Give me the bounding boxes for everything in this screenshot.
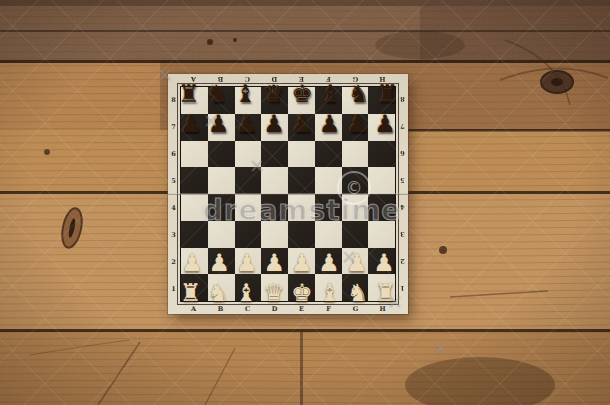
black-king[interactable]: ♚ [291, 82, 313, 106]
square-c2[interactable]: ♟ [235, 248, 262, 275]
rank-label-right-6: 6 [397, 140, 408, 167]
rank-label-right-5: 5 [397, 167, 408, 194]
square-d7[interactable]: ♟ [261, 114, 288, 141]
square-a4[interactable] [181, 194, 208, 221]
square-a7[interactable]: ♟ [181, 114, 208, 141]
square-g3[interactable] [342, 221, 369, 248]
square-e6[interactable] [288, 141, 315, 168]
square-g7[interactable]: ♟ [342, 114, 369, 141]
board-fold-seam [168, 193, 408, 195]
black-pawn[interactable]: ♟ [208, 112, 230, 136]
rank-label-left-6: 6 [168, 140, 179, 167]
square-b1[interactable]: ♞ [208, 274, 235, 301]
black-pawn[interactable]: ♟ [374, 112, 396, 136]
black-knight[interactable]: ♞ [206, 82, 228, 106]
black-bishop[interactable]: ♝ [235, 82, 257, 106]
square-d5[interactable] [261, 167, 288, 194]
white-pawn[interactable]: ♟ [346, 251, 368, 275]
rank-label-right-4: 4 [397, 194, 408, 221]
square-f5[interactable] [315, 167, 342, 194]
black-pawn[interactable]: ♟ [236, 112, 258, 136]
square-e3[interactable] [288, 221, 315, 248]
square-a6[interactable] [181, 141, 208, 168]
square-b4[interactable] [208, 194, 235, 221]
white-pawn[interactable]: ♟ [373, 251, 395, 275]
square-c4[interactable] [235, 194, 262, 221]
white-pawn[interactable]: ♟ [264, 251, 286, 275]
square-a3[interactable] [181, 221, 208, 248]
square-g4[interactable] [342, 194, 369, 221]
square-e7[interactable]: ♟ [288, 114, 315, 141]
white-queen[interactable]: ♛ [263, 281, 285, 305]
rank-label-left-5: 5 [168, 167, 179, 194]
square-c6[interactable] [235, 141, 262, 168]
black-pawn[interactable]: ♟ [347, 112, 369, 136]
rank-label-right-2: 2 [397, 248, 408, 275]
square-f3[interactable] [315, 221, 342, 248]
black-rook[interactable]: ♜ [376, 82, 398, 106]
rank-label-right-7: 7 [397, 113, 408, 140]
square-g1[interactable]: ♞ [342, 274, 369, 301]
square-b3[interactable] [208, 221, 235, 248]
white-pawn[interactable]: ♟ [181, 251, 203, 275]
square-c3[interactable] [235, 221, 262, 248]
black-pawn[interactable]: ♟ [291, 112, 313, 136]
rank-label-left-3: 3 [168, 221, 179, 248]
square-f7[interactable]: ♟ [315, 114, 342, 141]
rank-label-right-3: 3 [397, 221, 408, 248]
black-pawn[interactable]: ♟ [263, 112, 285, 136]
white-knight[interactable]: ♞ [347, 281, 369, 305]
black-knight[interactable]: ♞ [348, 82, 370, 106]
black-rook[interactable]: ♜ [178, 82, 200, 106]
square-e2[interactable]: ♟ [288, 248, 315, 275]
rank-label-right-1: 1 [397, 275, 408, 302]
rank-label-left-1: 1 [168, 275, 179, 302]
square-a2[interactable]: ♟ [181, 248, 208, 275]
square-d6[interactable] [261, 141, 288, 168]
square-h4[interactable] [368, 194, 395, 221]
square-d2[interactable]: ♟ [261, 248, 288, 275]
square-c7[interactable]: ♟ [235, 114, 262, 141]
square-h3[interactable] [368, 221, 395, 248]
square-f6[interactable] [315, 141, 342, 168]
square-f4[interactable] [315, 194, 342, 221]
square-g6[interactable] [342, 141, 369, 168]
white-pawn[interactable]: ♟ [318, 251, 340, 275]
square-b2[interactable]: ♟ [208, 248, 235, 275]
white-pawn[interactable]: ♟ [291, 251, 313, 275]
white-knight[interactable]: ♞ [208, 281, 230, 305]
photo-scene: ABCDEFGH ABCDEFGH 87654321 87654321 ♜♞♝♛… [0, 0, 610, 405]
black-pawn[interactable]: ♟ [319, 112, 341, 136]
square-g5[interactable] [342, 167, 369, 194]
square-h7[interactable]: ♟ [368, 114, 395, 141]
black-pawn[interactable]: ♟ [180, 112, 202, 136]
square-f2[interactable]: ♟ [315, 248, 342, 275]
white-bishop[interactable]: ♝ [235, 281, 257, 305]
rank-label-right-8: 8 [397, 86, 408, 113]
square-h5[interactable] [368, 167, 395, 194]
white-king[interactable]: ♚ [291, 281, 313, 305]
square-h6[interactable] [368, 141, 395, 168]
white-bishop[interactable]: ♝ [319, 281, 341, 305]
square-b7[interactable]: ♟ [208, 114, 235, 141]
square-e1[interactable]: ♚ [288, 274, 315, 301]
black-queen[interactable]: ♛ [263, 82, 285, 106]
square-d1[interactable]: ♛ [261, 274, 288, 301]
square-h2[interactable]: ♟ [368, 248, 395, 275]
square-c5[interactable] [235, 167, 262, 194]
square-a5[interactable] [181, 167, 208, 194]
white-rook[interactable]: ♜ [180, 281, 202, 305]
square-c1[interactable]: ♝ [235, 274, 262, 301]
square-h1[interactable]: ♜ [368, 274, 395, 301]
square-e4[interactable] [288, 194, 315, 221]
square-d4[interactable] [261, 194, 288, 221]
square-e5[interactable] [288, 167, 315, 194]
square-d3[interactable] [261, 221, 288, 248]
white-pawn[interactable]: ♟ [236, 251, 258, 275]
rank-label-left-7: 7 [168, 113, 179, 140]
black-bishop[interactable]: ♝ [320, 82, 342, 106]
square-f1[interactable]: ♝ [315, 274, 342, 301]
rank-label-left-2: 2 [168, 248, 179, 275]
white-pawn[interactable]: ♟ [209, 251, 231, 275]
square-b5[interactable] [208, 167, 235, 194]
chess-board[interactable]: ABCDEFGH ABCDEFGH 87654321 87654321 ♜♞♝♛… [168, 74, 408, 314]
square-b6[interactable] [208, 141, 235, 168]
rank-label-left-4: 4 [168, 194, 179, 221]
white-rook[interactable]: ♜ [375, 281, 397, 305]
square-g2[interactable]: ♟ [342, 248, 369, 275]
square-a1[interactable]: ♜ [181, 274, 208, 301]
